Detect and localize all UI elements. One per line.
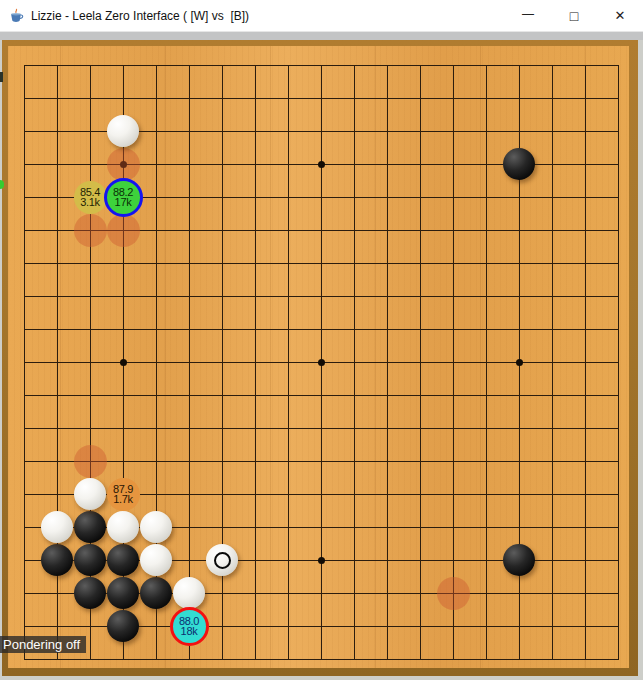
grid-line-vertical	[387, 65, 388, 660]
edge-artifact-dark	[0, 72, 3, 82]
stone-white-G4[interactable]	[206, 544, 238, 576]
stone-black-D3[interactable]	[107, 577, 139, 609]
maximize-button[interactable]: □	[551, 0, 597, 31]
stone-black-E3[interactable]	[140, 577, 172, 609]
grid-line-vertical	[453, 65, 454, 660]
faint-suggestion-circle	[107, 148, 140, 181]
faint-suggestion-circle	[74, 214, 107, 247]
stone-black-B4[interactable]	[41, 544, 73, 576]
suggestion-D6[interactable]: 87.91.7k	[107, 478, 140, 511]
grid-line-horizontal	[24, 659, 619, 660]
suggestion-visits: 3.1k	[80, 197, 100, 207]
suggestion-visits: 1.7k	[113, 494, 133, 504]
window-controls: — □ ✕	[505, 0, 643, 31]
stone-white-E5[interactable]	[140, 511, 172, 543]
stone-black-C5[interactable]	[74, 511, 106, 543]
stone-white-F3[interactable]	[173, 577, 205, 609]
grid-line-vertical	[420, 65, 421, 660]
stone-white-D17[interactable]	[107, 115, 139, 147]
suggestion-D15[interactable]: 88.217k	[104, 178, 143, 217]
stone-white-B5[interactable]	[41, 511, 73, 543]
maximize-icon: □	[570, 8, 578, 24]
suggestion-F2[interactable]: 88.018k	[170, 607, 209, 646]
suggestion-visits: 17k	[115, 197, 132, 207]
goban[interactable]: 85.43.1k88.217k87.91.7k88.018k Pondering…	[0, 40, 643, 680]
app-window: Lizzie - Leela Zero Interface ( [W] vs […	[0, 0, 643, 680]
star-point	[318, 161, 325, 168]
star-point	[516, 359, 523, 366]
grid-line-vertical	[585, 65, 586, 660]
last-move-marker	[214, 552, 231, 569]
suggestion-C15[interactable]: 85.43.1k	[74, 181, 107, 214]
faint-suggestion-circle	[74, 445, 107, 478]
window-title: Lizzie - Leela Zero Interface ( [W] vs […	[31, 9, 249, 23]
suggestion-visits: 18k	[181, 626, 198, 636]
star-point	[120, 359, 127, 366]
stone-white-E4[interactable]	[140, 544, 172, 576]
star-point	[318, 557, 325, 564]
close-button[interactable]: ✕	[597, 0, 643, 31]
stone-black-D4[interactable]	[107, 544, 139, 576]
minimize-button[interactable]: —	[505, 0, 551, 31]
star-point	[318, 359, 325, 366]
menu-strip	[0, 31, 643, 40]
title-bar[interactable]: Lizzie - Leela Zero Interface ( [W] vs […	[0, 0, 643, 31]
stone-black-C4[interactable]	[74, 544, 106, 576]
grid-line-vertical	[486, 65, 487, 660]
grid-line-vertical	[618, 65, 619, 660]
grid-line-horizontal	[24, 395, 619, 396]
faint-suggestion-circle	[437, 577, 470, 610]
stone-black-Q4[interactable]	[503, 544, 535, 576]
grid-line-horizontal	[24, 428, 619, 429]
pondering-status: Pondering off	[0, 636, 86, 653]
board-surface[interactable]: 85.43.1k88.217k87.91.7k88.018k	[0, 40, 643, 680]
grid-line-vertical	[354, 65, 355, 660]
stone-black-D2[interactable]	[107, 610, 139, 642]
java-coffee-cup-icon	[8, 8, 24, 24]
close-icon: ✕	[615, 8, 626, 23]
grid-line-horizontal	[24, 461, 619, 462]
grid-line-vertical	[552, 65, 553, 660]
stone-black-C3[interactable]	[74, 577, 106, 609]
stone-black-Q16[interactable]	[503, 148, 535, 180]
stone-white-C6[interactable]	[74, 478, 106, 510]
minimize-icon: —	[522, 7, 534, 21]
stone-white-D5[interactable]	[107, 511, 139, 543]
faint-suggestion-circle	[107, 214, 140, 247]
